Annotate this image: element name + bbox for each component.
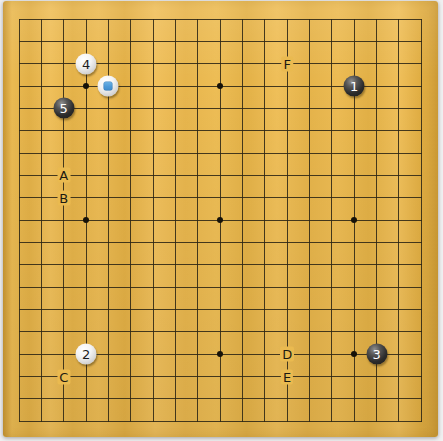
go-app-screen: ABCDEF12345 [0,0,443,441]
go-board[interactable] [3,1,438,437]
